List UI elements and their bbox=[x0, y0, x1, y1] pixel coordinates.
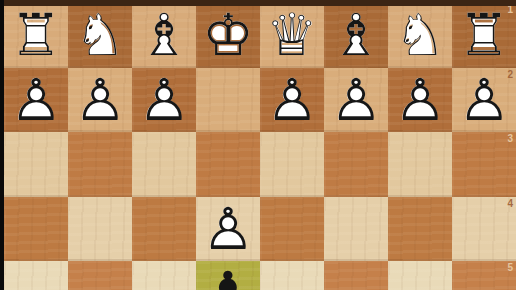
rank-coordinate-label: 2 bbox=[507, 69, 513, 80]
square-a4[interactable]: 4 bbox=[452, 197, 516, 262]
white-pawn-icon[interactable]: ♟♙ bbox=[4, 68, 68, 133]
white-pawn-outline: ♙ bbox=[388, 68, 452, 133]
square-g2[interactable]: ♟♙ bbox=[68, 68, 132, 133]
wood-grain-texture bbox=[324, 197, 388, 262]
white-bishop-icon[interactable]: ♝♗ bbox=[132, 3, 196, 68]
white-bishop-icon[interactable]: ♝♗ bbox=[324, 3, 388, 68]
white-pawn-icon[interactable]: ♟♙ bbox=[452, 68, 516, 133]
wood-grain-texture bbox=[260, 261, 324, 290]
square-f4[interactable] bbox=[132, 197, 196, 262]
square-b1[interactable]: ♞♘ bbox=[388, 3, 452, 68]
square-c4[interactable] bbox=[324, 197, 388, 262]
white-pawn-icon[interactable]: ♟♙ bbox=[68, 68, 132, 133]
wood-grain-texture bbox=[260, 197, 324, 262]
square-b5[interactable] bbox=[388, 261, 452, 290]
chess-board: ♜♖♞♘♝♗♚♔♛♕♝♗♞♘♜♖1♟♙♟♙♟♙♟♙♟♙♟♙♟♙23♟♙4♟5 bbox=[4, 3, 516, 290]
square-c3[interactable] bbox=[324, 132, 388, 197]
wood-grain-texture bbox=[196, 68, 260, 133]
white-pawn-outline: ♙ bbox=[132, 68, 196, 133]
white-rook-outline: ♖ bbox=[4, 3, 68, 68]
white-knight-outline: ♘ bbox=[68, 3, 132, 68]
square-a2[interactable]: ♟♙2 bbox=[452, 68, 516, 133]
wood-grain-texture bbox=[452, 261, 516, 290]
square-d4[interactable] bbox=[260, 197, 324, 262]
wood-grain-texture bbox=[324, 132, 388, 197]
square-g1[interactable]: ♞♘ bbox=[68, 3, 132, 68]
white-knight-outline: ♘ bbox=[388, 3, 452, 68]
rank-coordinate-label: 4 bbox=[507, 198, 513, 209]
white-queen-icon[interactable]: ♛♕ bbox=[260, 3, 324, 68]
white-pawn-outline: ♙ bbox=[196, 197, 260, 262]
square-h4[interactable] bbox=[4, 197, 68, 262]
square-g3[interactable] bbox=[68, 132, 132, 197]
wood-grain-texture bbox=[132, 261, 196, 290]
wood-grain-texture bbox=[196, 132, 260, 197]
white-rook-icon[interactable]: ♜♖ bbox=[452, 3, 516, 68]
wood-grain-texture bbox=[4, 197, 68, 262]
white-king-icon[interactable]: ♚♔ bbox=[196, 3, 260, 68]
white-pawn-icon[interactable]: ♟♙ bbox=[388, 68, 452, 133]
white-knight-icon[interactable]: ♞♘ bbox=[68, 3, 132, 68]
square-b4[interactable] bbox=[388, 197, 452, 262]
square-h2[interactable]: ♟♙ bbox=[4, 68, 68, 133]
square-b3[interactable] bbox=[388, 132, 452, 197]
square-b2[interactable]: ♟♙ bbox=[388, 68, 452, 133]
white-pawn-outline: ♙ bbox=[324, 68, 388, 133]
board-top-edge-band bbox=[0, 0, 516, 6]
square-d3[interactable] bbox=[260, 132, 324, 197]
wood-grain-texture bbox=[260, 132, 324, 197]
square-e3[interactable] bbox=[196, 132, 260, 197]
black-pawn-icon[interactable]: ♟ bbox=[196, 261, 260, 290]
wood-grain-texture bbox=[4, 261, 68, 290]
rank-coordinate-label: 3 bbox=[507, 133, 513, 144]
square-h1[interactable]: ♜♖ bbox=[4, 3, 68, 68]
wood-grain-texture bbox=[452, 132, 516, 197]
wood-grain-texture bbox=[68, 132, 132, 197]
square-d1[interactable]: ♛♕ bbox=[260, 3, 324, 68]
wood-grain-texture bbox=[68, 261, 132, 290]
white-pawn-icon[interactable]: ♟♙ bbox=[260, 68, 324, 133]
square-d2[interactable]: ♟♙ bbox=[260, 68, 324, 133]
rank-coordinate-label: 5 bbox=[507, 262, 513, 273]
square-e1[interactable]: ♚♔ bbox=[196, 3, 260, 68]
square-h3[interactable] bbox=[4, 132, 68, 197]
square-g4[interactable] bbox=[68, 197, 132, 262]
wood-grain-texture bbox=[324, 261, 388, 290]
wood-grain-texture bbox=[4, 132, 68, 197]
black-pawn-fill: ♟ bbox=[196, 261, 260, 290]
white-queen-outline: ♕ bbox=[260, 3, 324, 68]
square-e2[interactable] bbox=[196, 68, 260, 133]
white-king-outline: ♔ bbox=[196, 3, 260, 68]
white-bishop-outline: ♗ bbox=[324, 3, 388, 68]
wood-grain-texture bbox=[452, 197, 516, 262]
wood-grain-texture bbox=[132, 132, 196, 197]
white-pawn-outline: ♙ bbox=[452, 68, 516, 133]
white-pawn-outline: ♙ bbox=[4, 68, 68, 133]
white-rook-icon[interactable]: ♜♖ bbox=[4, 3, 68, 68]
square-e4[interactable]: ♟♙ bbox=[196, 197, 260, 262]
white-pawn-icon[interactable]: ♟♙ bbox=[324, 68, 388, 133]
square-c5[interactable] bbox=[324, 261, 388, 290]
wood-grain-texture bbox=[132, 197, 196, 262]
square-g5[interactable] bbox=[68, 261, 132, 290]
white-pawn-icon[interactable]: ♟♙ bbox=[196, 197, 260, 262]
wood-grain-texture bbox=[388, 132, 452, 197]
square-a5[interactable]: 5 bbox=[452, 261, 516, 290]
white-rook-outline: ♖ bbox=[452, 3, 516, 68]
square-c1[interactable]: ♝♗ bbox=[324, 3, 388, 68]
white-pawn-outline: ♙ bbox=[260, 68, 324, 133]
square-f3[interactable] bbox=[132, 132, 196, 197]
square-f5[interactable] bbox=[132, 261, 196, 290]
board-left-edge-strip bbox=[0, 0, 4, 290]
square-a3[interactable]: 3 bbox=[452, 132, 516, 197]
square-d5[interactable] bbox=[260, 261, 324, 290]
square-f2[interactable]: ♟♙ bbox=[132, 68, 196, 133]
white-pawn-outline: ♙ bbox=[68, 68, 132, 133]
chess-board-screenshot: ♜♖♞♘♝♗♚♔♛♕♝♗♞♘♜♖1♟♙♟♙♟♙♟♙♟♙♟♙♟♙23♟♙4♟5 bbox=[0, 0, 516, 290]
square-f1[interactable]: ♝♗ bbox=[132, 3, 196, 68]
white-bishop-outline: ♗ bbox=[132, 3, 196, 68]
wood-grain-texture bbox=[388, 261, 452, 290]
wood-grain-texture bbox=[388, 197, 452, 262]
square-c2[interactable]: ♟♙ bbox=[324, 68, 388, 133]
wood-grain-texture bbox=[68, 197, 132, 262]
white-knight-icon[interactable]: ♞♘ bbox=[388, 3, 452, 68]
square-h5[interactable] bbox=[4, 261, 68, 290]
square-a1[interactable]: ♜♖1 bbox=[452, 3, 516, 68]
white-pawn-icon[interactable]: ♟♙ bbox=[132, 68, 196, 133]
square-e5[interactable]: ♟ bbox=[196, 261, 260, 290]
